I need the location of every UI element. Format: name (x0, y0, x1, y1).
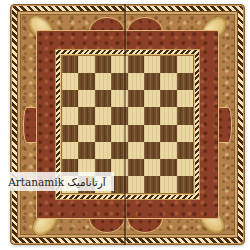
watermark-text: Artanamik آرتانامیک (0, 172, 114, 191)
square-a7 (62, 73, 78, 90)
square-f1 (144, 176, 160, 193)
square-e5 (128, 107, 144, 124)
square-g8 (160, 56, 176, 73)
ogee-arch-ornament-right (217, 107, 232, 143)
square-c4 (95, 125, 111, 142)
square-h6 (177, 90, 193, 107)
square-e7 (128, 73, 144, 90)
square-g5 (160, 107, 176, 124)
board-fold-seam (124, 4, 126, 245)
square-a8 (62, 56, 78, 73)
square-f7 (144, 73, 160, 90)
square-b4 (78, 125, 94, 142)
square-f3 (144, 142, 160, 159)
square-b8 (78, 56, 94, 73)
square-h3 (177, 142, 193, 159)
square-b3 (78, 142, 94, 159)
square-a6 (62, 90, 78, 107)
square-a3 (62, 142, 78, 159)
square-f8 (144, 56, 160, 73)
square-f5 (144, 107, 160, 124)
square-e1 (128, 176, 144, 193)
square-f6 (144, 90, 160, 107)
square-b5 (78, 107, 94, 124)
square-a4 (62, 125, 78, 142)
square-c8 (95, 56, 111, 73)
square-h8 (177, 56, 193, 73)
square-g2 (160, 159, 176, 176)
square-h7 (177, 73, 193, 90)
square-b6 (78, 90, 94, 107)
square-e4 (128, 125, 144, 142)
square-h1 (177, 176, 193, 193)
square-g1 (160, 176, 176, 193)
square-h4 (177, 125, 193, 142)
square-a5 (62, 107, 78, 124)
square-f4 (144, 125, 160, 142)
chess-board (10, 4, 245, 245)
square-h2 (177, 159, 193, 176)
square-c3 (95, 142, 111, 159)
square-e2 (128, 159, 144, 176)
square-c5 (95, 107, 111, 124)
square-g6 (160, 90, 176, 107)
square-c6 (95, 90, 111, 107)
square-g7 (160, 73, 176, 90)
square-h5 (177, 107, 193, 124)
square-g4 (160, 125, 176, 142)
square-e6 (128, 90, 144, 107)
square-g3 (160, 142, 176, 159)
square-e8 (128, 56, 144, 73)
square-b7 (78, 73, 94, 90)
square-c7 (95, 73, 111, 90)
square-e3 (128, 142, 144, 159)
square-f2 (144, 159, 160, 176)
